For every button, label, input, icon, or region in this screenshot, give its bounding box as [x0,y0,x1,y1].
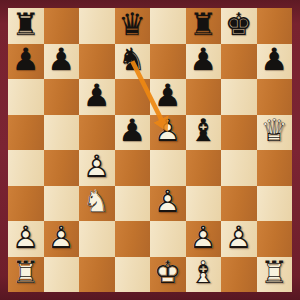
square-a2[interactable]: ♟♙ [8,221,44,257]
black-rook[interactable]: ♜ [186,8,222,44]
white-pawn-outline: ♙ [154,186,182,217]
square-b2[interactable]: ♟♙ [44,221,80,257]
black-rook-glyph: ♜ [12,9,40,40]
square-g6[interactable] [221,79,257,115]
square-b6[interactable] [44,79,80,115]
square-b7[interactable]: ♟ [44,44,80,80]
square-h7[interactable]: ♟ [257,44,293,80]
white-pawn[interactable]: ♟♙ [150,186,186,222]
square-d5[interactable]: ♟ [115,115,151,151]
white-rook[interactable]: ♜♖ [257,257,293,293]
black-knight[interactable]: ♞ [115,44,151,80]
square-c2[interactable] [79,221,115,257]
square-b5[interactable] [44,115,80,151]
square-b8[interactable] [44,8,80,44]
square-d3[interactable] [115,186,151,222]
black-pawn-glyph: ♟ [83,80,111,111]
square-a5[interactable] [8,115,44,151]
black-rook[interactable]: ♜ [8,8,44,44]
square-f6[interactable] [186,79,222,115]
white-bishop[interactable]: ♝♗ [186,257,222,293]
white-pawn-outline: ♙ [154,115,182,146]
square-e2[interactable] [150,221,186,257]
square-f4[interactable] [186,150,222,186]
square-g1[interactable] [221,257,257,293]
black-king-glyph: ♚ [225,9,253,40]
white-bishop-outline: ♗ [189,257,217,288]
black-pawn[interactable]: ♟ [115,115,151,151]
square-h8[interactable] [257,8,293,44]
white-queen-outline: ♕ [260,115,288,146]
square-f8[interactable]: ♜ [186,8,222,44]
white-pawn-outline: ♙ [189,222,217,253]
square-e8[interactable] [150,8,186,44]
white-rook-outline: ♖ [260,257,288,288]
square-a1[interactable]: ♜♖ [8,257,44,293]
square-e6[interactable]: ♟ [150,79,186,115]
square-f1[interactable]: ♝♗ [186,257,222,293]
square-c1[interactable] [79,257,115,293]
black-pawn[interactable]: ♟ [8,44,44,80]
square-g3[interactable] [221,186,257,222]
white-pawn-outline: ♙ [12,222,40,253]
black-pawn-glyph: ♟ [118,115,146,146]
white-pawn[interactable]: ♟♙ [150,115,186,151]
square-h3[interactable] [257,186,293,222]
square-h2[interactable] [257,221,293,257]
white-pawn-outline: ♙ [47,222,75,253]
black-pawn[interactable]: ♟ [150,79,186,115]
chess-board-frame: ♜♛♜♚♟♟♞♟♟♟♟♟♟♙♝♛♕♟♙♞♘♟♙♟♙♟♙♟♙♟♙♜♖♚♔♝♗♜♖ [0,0,300,300]
square-b3[interactable] [44,186,80,222]
square-b1[interactable] [44,257,80,293]
square-c4[interactable]: ♟♙ [79,150,115,186]
white-king-outline: ♔ [154,257,182,288]
square-d4[interactable] [115,150,151,186]
square-e1[interactable]: ♚♔ [150,257,186,293]
black-pawn-glyph: ♟ [154,80,182,111]
square-g8[interactable]: ♚ [221,8,257,44]
square-c5[interactable] [79,115,115,151]
white-knight[interactable]: ♞♘ [79,186,115,222]
square-a7[interactable]: ♟ [8,44,44,80]
square-f2[interactable]: ♟♙ [186,221,222,257]
white-pawn[interactable]: ♟♙ [186,221,222,257]
black-pawn[interactable]: ♟ [257,44,293,80]
square-e7[interactable] [150,44,186,80]
square-g4[interactable] [221,150,257,186]
black-knight-glyph: ♞ [118,44,146,75]
white-rook[interactable]: ♜♖ [8,257,44,293]
square-g2[interactable]: ♟♙ [221,221,257,257]
square-h4[interactable] [257,150,293,186]
black-rook-glyph: ♜ [189,9,217,40]
square-c6[interactable]: ♟ [79,79,115,115]
black-pawn[interactable]: ♟ [186,44,222,80]
square-e5[interactable]: ♟♙ [150,115,186,151]
square-e3[interactable]: ♟♙ [150,186,186,222]
black-pawn-glyph: ♟ [189,44,217,75]
white-pawn-outline: ♙ [225,222,253,253]
black-queen[interactable]: ♛ [115,8,151,44]
square-b4[interactable] [44,150,80,186]
square-c8[interactable] [79,8,115,44]
white-pawn[interactable]: ♟♙ [8,221,44,257]
square-f7[interactable]: ♟ [186,44,222,80]
square-c7[interactable] [79,44,115,80]
square-d1[interactable] [115,257,151,293]
black-queen-glyph: ♛ [118,9,146,40]
square-d8[interactable]: ♛ [115,8,151,44]
square-g7[interactable] [221,44,257,80]
square-e4[interactable] [150,150,186,186]
black-bishop-glyph: ♝ [189,115,217,146]
white-rook-outline: ♖ [12,257,40,288]
white-pawn[interactable]: ♟♙ [79,150,115,186]
white-king[interactable]: ♚♔ [150,257,186,293]
square-h6[interactable] [257,79,293,115]
square-d7[interactable]: ♞ [115,44,151,80]
square-c3[interactable]: ♞♘ [79,186,115,222]
square-h5[interactable]: ♛♕ [257,115,293,151]
white-pawn[interactable]: ♟♙ [221,221,257,257]
black-bishop[interactable]: ♝ [186,115,222,151]
black-pawn-glyph: ♟ [47,44,75,75]
square-d2[interactable] [115,221,151,257]
chess-board: ♜♛♜♚♟♟♞♟♟♟♟♟♟♙♝♛♕♟♙♞♘♟♙♟♙♟♙♟♙♟♙♜♖♚♔♝♗♜♖ [8,8,292,292]
square-a3[interactable] [8,186,44,222]
white-knight-outline: ♘ [83,186,111,217]
black-king[interactable]: ♚ [221,8,257,44]
square-g5[interactable] [221,115,257,151]
white-pawn[interactable]: ♟♙ [44,221,80,257]
square-a4[interactable] [8,150,44,186]
black-pawn-glyph: ♟ [260,44,288,75]
white-pawn-outline: ♙ [83,151,111,182]
black-pawn[interactable]: ♟ [44,44,80,80]
square-h1[interactable]: ♜♖ [257,257,293,293]
square-f5[interactable]: ♝ [186,115,222,151]
square-f3[interactable] [186,186,222,222]
square-d6[interactable] [115,79,151,115]
square-a8[interactable]: ♜ [8,8,44,44]
square-a6[interactable] [8,79,44,115]
black-pawn[interactable]: ♟ [79,79,115,115]
white-queen[interactable]: ♛♕ [257,115,293,151]
black-pawn-glyph: ♟ [12,44,40,75]
